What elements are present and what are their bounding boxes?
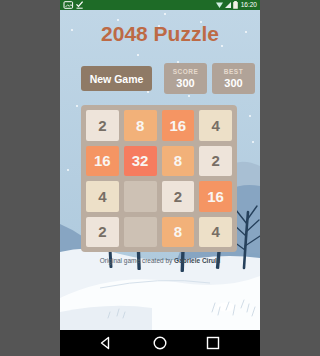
best-box: BEST 300	[212, 63, 255, 94]
tile-16-r1c3: 16	[162, 110, 195, 141]
home-icon	[153, 336, 167, 350]
best-value: 300	[224, 77, 242, 89]
tile-2-r3c3: 2	[162, 181, 195, 212]
wifi-icon	[215, 0, 224, 10]
recents-icon	[206, 336, 220, 350]
tile-16-r2c1: 16	[86, 146, 119, 177]
tile-4-r1c4: 4	[199, 110, 232, 141]
status-bar-status-icons: 16:20	[215, 0, 258, 10]
new-game-button[interactable]: New Game	[81, 66, 152, 91]
score-group: SCORE 300 BEST 300	[164, 63, 255, 94]
status-bar-notifications	[62, 0, 86, 10]
back-button[interactable]	[93, 330, 117, 356]
tile-32-r2c2: 32	[124, 146, 157, 177]
tile-2-r2c4: 2	[199, 146, 232, 177]
recents-button[interactable]	[201, 330, 225, 356]
score-value: 300	[176, 77, 194, 89]
tile-2-r1c1: 2	[86, 110, 119, 141]
tile-16-r3c4: 16	[199, 181, 232, 212]
home-button[interactable]	[148, 330, 172, 356]
navigation-bar	[60, 330, 260, 356]
controls-row: New Game SCORE 300 BEST 300	[81, 63, 255, 94]
credit-text: Original game created by Gabriele Cirull…	[60, 257, 260, 264]
score-label: SCORE	[173, 68, 199, 76]
app-screen: 16:20	[60, 0, 260, 356]
tile-4-r4c4: 4	[199, 217, 232, 248]
clock-time: 16:20	[241, 2, 257, 9]
tile-2-r4c1: 2	[86, 217, 119, 248]
best-label: BEST	[224, 68, 243, 76]
credit-prefix: Original game created by	[100, 257, 174, 264]
back-icon	[98, 336, 112, 350]
empty-cell-r4c2	[124, 217, 157, 248]
tile-8-r4c3: 8	[162, 217, 195, 248]
signal-icon	[224, 0, 232, 10]
tile-8-r1c2: 8	[124, 110, 157, 141]
check-notification-icon	[75, 0, 86, 10]
page-title: 2048 Puzzle	[60, 22, 260, 46]
board-grid[interactable]: 281641632824216284	[81, 105, 237, 252]
screenshot-notification-icon	[62, 0, 75, 10]
score-box: SCORE 300	[164, 63, 207, 94]
status-bar: 16:20	[60, 0, 260, 10]
battery-icon	[232, 0, 239, 10]
empty-cell-r3c2	[124, 181, 157, 212]
tile-4-r3c1: 4	[86, 181, 119, 212]
tile-8-r2c3: 8	[162, 146, 195, 177]
credit-author: Gabriele Cirulli	[174, 257, 220, 264]
